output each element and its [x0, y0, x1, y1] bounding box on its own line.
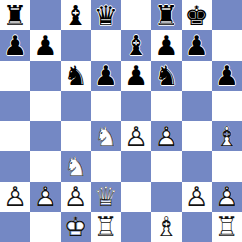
square-d4[interactable]: ♞♘ — [91, 121, 121, 151]
square-h5[interactable] — [212, 91, 242, 121]
square-c8[interactable]: ♝ — [61, 0, 91, 30]
white-pawn-piece[interactable]: ♟♙ — [182, 182, 212, 212]
square-b7[interactable]: ♟ — [30, 30, 60, 60]
square-d6[interactable]: ♟ — [91, 61, 121, 91]
black-pawn-piece[interactable]: ♟ — [0, 30, 30, 60]
square-g3[interactable] — [182, 151, 212, 181]
white-pawn-piece[interactable]: ♟♙ — [151, 121, 181, 151]
black-pawn-piece[interactable]: ♟ — [151, 30, 181, 60]
square-e6[interactable]: ♟ — [121, 61, 151, 91]
square-e7[interactable]: ♝ — [121, 30, 151, 60]
square-c3[interactable]: ♞♘ — [61, 151, 91, 181]
white-pawn-piece[interactable]: ♟♙ — [61, 182, 91, 212]
square-g1[interactable] — [182, 212, 212, 242]
square-g2[interactable]: ♟♙ — [182, 182, 212, 212]
square-a8[interactable]: ♜ — [0, 0, 30, 30]
chess-board: ♜♝♛♜♚♟♟♝♟♟♞♟♟♞♟♞♘♟♙♟♙♝♗♞♘♟♙♟♙♟♙♛♕♟♙♟♙♚♔♜… — [0, 0, 242, 242]
black-bishop-piece[interactable]: ♝ — [61, 0, 91, 30]
black-king-piece[interactable]: ♚ — [182, 0, 212, 30]
square-a7[interactable]: ♟ — [0, 30, 30, 60]
square-f1[interactable]: ♝♗ — [151, 212, 181, 242]
square-g5[interactable] — [182, 91, 212, 121]
square-d5[interactable] — [91, 91, 121, 121]
square-c6[interactable]: ♞ — [61, 61, 91, 91]
square-g4[interactable] — [182, 121, 212, 151]
black-queen-piece[interactable]: ♛ — [91, 0, 121, 30]
square-f6[interactable]: ♞ — [151, 61, 181, 91]
square-f8[interactable]: ♜ — [151, 0, 181, 30]
white-king-piece[interactable]: ♚♔ — [61, 212, 91, 242]
square-e3[interactable] — [121, 151, 151, 181]
black-pawn-piece[interactable]: ♟ — [30, 30, 60, 60]
white-knight-piece[interactable]: ♞♘ — [61, 151, 91, 181]
square-e4[interactable]: ♟♙ — [121, 121, 151, 151]
square-b1[interactable] — [30, 212, 60, 242]
square-b8[interactable] — [30, 0, 60, 30]
square-a1[interactable] — [0, 212, 30, 242]
white-knight-piece[interactable]: ♞♘ — [91, 121, 121, 151]
square-h8[interactable] — [212, 0, 242, 30]
black-knight-piece[interactable]: ♞ — [151, 61, 181, 91]
square-f2[interactable] — [151, 182, 181, 212]
square-d7[interactable] — [91, 30, 121, 60]
square-d2[interactable]: ♛♕ — [91, 182, 121, 212]
black-pawn-piece[interactable]: ♟ — [212, 61, 242, 91]
square-h6[interactable]: ♟ — [212, 61, 242, 91]
square-a4[interactable] — [0, 121, 30, 151]
square-c1[interactable]: ♚♔ — [61, 212, 91, 242]
square-e5[interactable] — [121, 91, 151, 121]
white-pawn-piece[interactable]: ♟♙ — [121, 121, 151, 151]
black-bishop-piece[interactable]: ♝ — [121, 30, 151, 60]
square-b6[interactable] — [30, 61, 60, 91]
square-h7[interactable] — [212, 30, 242, 60]
square-a6[interactable] — [0, 61, 30, 91]
white-pawn-piece[interactable]: ♟♙ — [30, 182, 60, 212]
white-bishop-piece[interactable]: ♝♗ — [151, 212, 181, 242]
white-pawn-piece[interactable]: ♟♙ — [212, 182, 242, 212]
square-d3[interactable] — [91, 151, 121, 181]
square-a2[interactable]: ♟♙ — [0, 182, 30, 212]
square-f5[interactable] — [151, 91, 181, 121]
square-c2[interactable]: ♟♙ — [61, 182, 91, 212]
square-b5[interactable] — [30, 91, 60, 121]
square-a3[interactable] — [0, 151, 30, 181]
square-c7[interactable] — [61, 30, 91, 60]
black-pawn-piece[interactable]: ♟ — [182, 30, 212, 60]
black-rook-piece[interactable]: ♜ — [0, 0, 30, 30]
square-g6[interactable] — [182, 61, 212, 91]
square-c4[interactable] — [61, 121, 91, 151]
square-f7[interactable]: ♟ — [151, 30, 181, 60]
black-rook-piece[interactable]: ♜ — [151, 0, 181, 30]
black-knight-piece[interactable]: ♞ — [61, 61, 91, 91]
white-rook-piece[interactable]: ♜♖ — [91, 212, 121, 242]
square-g8[interactable]: ♚ — [182, 0, 212, 30]
white-rook-piece[interactable]: ♜♖ — [212, 212, 242, 242]
square-g7[interactable]: ♟ — [182, 30, 212, 60]
square-d1[interactable]: ♜♖ — [91, 212, 121, 242]
white-pawn-piece[interactable]: ♟♙ — [0, 182, 30, 212]
square-h3[interactable] — [212, 151, 242, 181]
square-h4[interactable]: ♝♗ — [212, 121, 242, 151]
square-e8[interactable] — [121, 0, 151, 30]
square-h2[interactable]: ♟♙ — [212, 182, 242, 212]
square-e2[interactable] — [121, 182, 151, 212]
square-c5[interactable] — [61, 91, 91, 121]
white-queen-piece[interactable]: ♛♕ — [91, 182, 121, 212]
square-b4[interactable] — [30, 121, 60, 151]
square-d8[interactable]: ♛ — [91, 0, 121, 30]
white-bishop-piece[interactable]: ♝♗ — [212, 121, 242, 151]
square-f3[interactable] — [151, 151, 181, 181]
square-f4[interactable]: ♟♙ — [151, 121, 181, 151]
square-e1[interactable] — [121, 212, 151, 242]
square-a5[interactable] — [0, 91, 30, 121]
square-h1[interactable]: ♜♖ — [212, 212, 242, 242]
black-pawn-piece[interactable]: ♟ — [91, 61, 121, 91]
black-pawn-piece[interactable]: ♟ — [121, 61, 151, 91]
square-b3[interactable] — [30, 151, 60, 181]
square-b2[interactable]: ♟♙ — [30, 182, 60, 212]
